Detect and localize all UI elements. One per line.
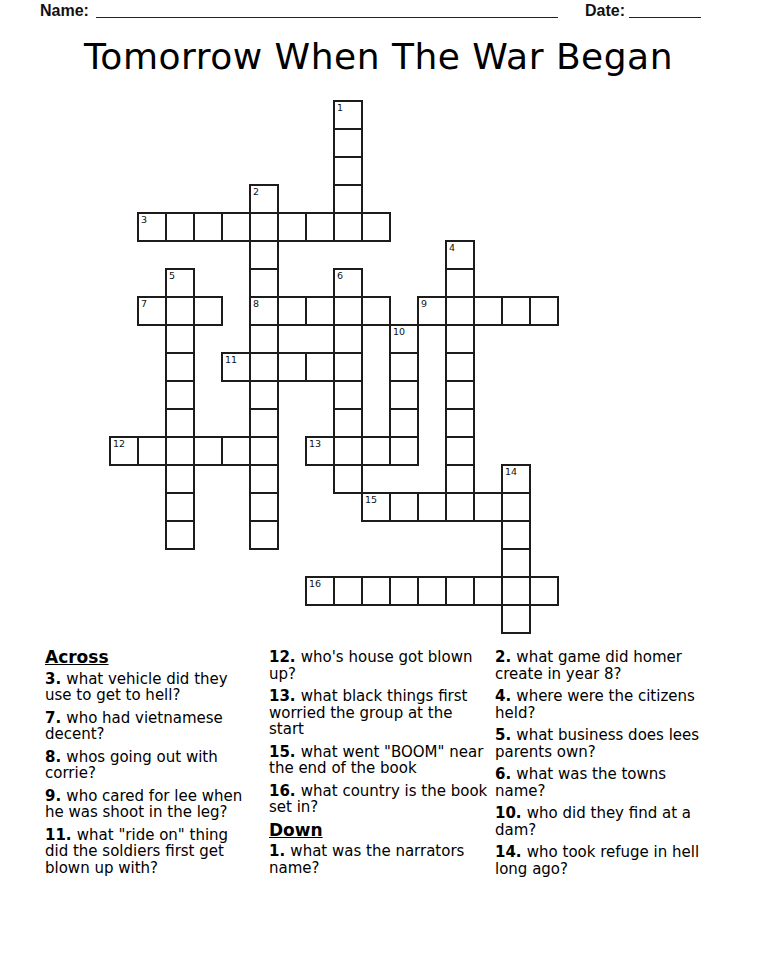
clue-text: who had vietnamese decent?: [45, 709, 223, 744]
clue-text: what went "BOOM" near the end of the boo…: [269, 743, 483, 778]
grid-cell-r9c4[interactable]: 11: [221, 352, 251, 382]
clue-column-1: Across3. what vehicle did they use to ge…: [45, 649, 251, 882]
grid-cell-r9c12[interactable]: [445, 352, 475, 382]
across-heading: Across: [45, 649, 251, 666]
grid-cell-r17c12[interactable]: [445, 576, 475, 606]
grid-cell-r7c11[interactable]: 9: [417, 296, 447, 326]
grid-cell-r12c1[interactable]: [137, 436, 167, 466]
grid-cell-r10c5[interactable]: [249, 380, 279, 410]
grid-cell-r17c7[interactable]: 16: [305, 576, 335, 606]
grid-cell-r9c7[interactable]: [305, 352, 335, 382]
grid-cell-r14c14[interactable]: [501, 492, 531, 522]
grid-cell-r14c2[interactable]: [165, 492, 195, 522]
grid-cell-r5c12[interactable]: 4: [445, 240, 475, 270]
clue-number-6: 6: [337, 270, 343, 281]
grid-cell-r13c2[interactable]: [165, 464, 195, 494]
clue-down-5: 5. what business does lees parents own?: [495, 727, 707, 760]
clue-number-3: 3: [141, 214, 147, 225]
grid-cell-r7c8[interactable]: [333, 296, 363, 326]
grid-cell-r7c9[interactable]: [361, 296, 391, 326]
grid-cell-r12c5[interactable]: [249, 436, 279, 466]
grid-cell-r14c13[interactable]: [473, 492, 503, 522]
grid-cell-r12c10[interactable]: [389, 436, 419, 466]
grid-cell-r4c3[interactable]: [193, 212, 223, 242]
clue-text: what country is the book set in?: [269, 782, 487, 817]
grid-cell-r2c8[interactable]: [333, 156, 363, 186]
grid-cell-r13c12[interactable]: [445, 464, 475, 494]
grid-cell-r7c5[interactable]: 8: [249, 296, 279, 326]
date-label: Date:: [585, 2, 625, 20]
clue-across-13: 13. what black things first worried the …: [269, 688, 489, 738]
grid-cell-r15c2[interactable]: [165, 520, 195, 550]
clue-across-16: 16. what country is the book set in?: [269, 783, 489, 816]
clue-number-label: 13.: [269, 687, 301, 705]
grid-cell-r17c13[interactable]: [473, 576, 503, 606]
grid-cell-r10c10[interactable]: [389, 380, 419, 410]
clue-number-11: 11: [225, 354, 237, 365]
grid-cell-r3c5[interactable]: 2: [249, 184, 279, 214]
grid-cell-r14c12[interactable]: [445, 492, 475, 522]
clue-down-4: 4. where were the citizens held?: [495, 688, 707, 721]
grid-cell-r4c6[interactable]: [277, 212, 307, 242]
grid-cell-r17c10[interactable]: [389, 576, 419, 606]
clue-across-3: 3. what vehicle did they use to get to h…: [45, 671, 251, 704]
clue-down-2: 2. what game did homer create in year 8?: [495, 649, 707, 682]
grid-cell-r4c7[interactable]: [305, 212, 335, 242]
grid-cell-r6c5[interactable]: [249, 268, 279, 298]
grid-cell-r11c5[interactable]: [249, 408, 279, 438]
clue-number-label: 10.: [495, 804, 527, 822]
grid-cell-r17c14[interactable]: [501, 576, 531, 606]
clue-number-label: 5.: [495, 726, 516, 744]
grid-cell-r12c7[interactable]: 13: [305, 436, 335, 466]
grid-cell-r17c9[interactable]: [361, 576, 391, 606]
grid-cell-r3c8[interactable]: [333, 184, 363, 214]
grid-cell-r12c9[interactable]: [361, 436, 391, 466]
clue-number-2: 2: [253, 186, 259, 197]
grid-cell-r15c14[interactable]: [501, 520, 531, 550]
clue-number-label: 6.: [495, 765, 516, 783]
grid-cell-r8c8[interactable]: [333, 324, 363, 354]
clue-text: what was the towns name?: [495, 765, 666, 800]
grid-cell-r9c8[interactable]: [333, 352, 363, 382]
grid-cell-r12c4[interactable]: [221, 436, 251, 466]
clue-number-14: 14: [505, 466, 517, 477]
grid-cell-r14c11[interactable]: [417, 492, 447, 522]
grid-cell-r9c5[interactable]: [249, 352, 279, 382]
clue-number-7: 7: [141, 298, 147, 309]
grid-cell-r17c11[interactable]: [417, 576, 447, 606]
grid-cell-r0c8[interactable]: 1: [333, 100, 363, 130]
grid-cell-r18c14[interactable]: [501, 604, 531, 634]
clue-number-16: 16: [309, 578, 321, 589]
grid-cell-r13c14[interactable]: 14: [501, 464, 531, 494]
grid-cell-r9c10[interactable]: [389, 352, 419, 382]
grid-cell-r6c8[interactable]: 6: [333, 268, 363, 298]
clue-number-4: 4: [449, 242, 455, 253]
clue-across-11: 11. what "ride on" thing did the soldier…: [45, 827, 251, 877]
clue-number-label: 4.: [495, 687, 516, 705]
grid-cell-r16c14[interactable]: [501, 548, 531, 578]
clue-number-12: 12: [113, 438, 125, 449]
clue-number-label: 16.: [269, 782, 301, 800]
grid-cell-r4c5[interactable]: [249, 212, 279, 242]
clue-number-8: 8: [253, 298, 259, 309]
grid-cell-r4c1[interactable]: 3: [137, 212, 167, 242]
grid-cell-r6c2[interactable]: 5: [165, 268, 195, 298]
clue-down-10: 10. who did they find at a dam?: [495, 805, 707, 838]
clue-text: whos going out with corrie?: [45, 748, 218, 783]
clue-column-3: 2. what game did homer create in year 8?…: [495, 649, 707, 883]
clue-across-7: 7. who had vietnamese decent?: [45, 710, 251, 743]
clue-column-2: 12. who's house got blown up?13. what bl…: [269, 649, 489, 882]
clue-text: what was the narrators name?: [269, 842, 464, 877]
clue-number-label: 11.: [45, 826, 77, 844]
name-label: Name:: [40, 2, 89, 20]
grid-cell-r5c5[interactable]: [249, 240, 279, 270]
clue-number-10: 10: [393, 326, 405, 337]
grid-cell-r7c2[interactable]: [165, 296, 195, 326]
clue-number-label: 15.: [269, 743, 301, 761]
grid-cell-r11c12[interactable]: [445, 408, 475, 438]
clue-number-label: 3.: [45, 670, 66, 688]
clue-number-1: 1: [337, 102, 343, 113]
grid-cell-r7c13[interactable]: [473, 296, 503, 326]
grid-cell-r14c10[interactable]: [389, 492, 419, 522]
clue-text: who cared for lee when he was shoot in t…: [45, 787, 242, 822]
grid-cell-r6c12[interactable]: [445, 268, 475, 298]
grid-cell-r14c9[interactable]: 15: [361, 492, 391, 522]
clue-number-label: 9.: [45, 787, 66, 805]
grid-cell-r7c1[interactable]: 7: [137, 296, 167, 326]
clue-number-label: 14.: [495, 843, 527, 861]
grid-cell-r7c15[interactable]: [529, 296, 559, 326]
worksheet-page: Name: Date: Tomorrow When The War Began …: [0, 0, 757, 980]
clue-number-5: 5: [169, 270, 175, 281]
clue-across-8: 8. whos going out with corrie?: [45, 749, 251, 782]
crossword-grid: 12345678910111213141516: [110, 101, 558, 633]
grid-cell-r9c2[interactable]: [165, 352, 195, 382]
grid-cell-r10c8[interactable]: [333, 380, 363, 410]
grid-cell-r12c3[interactable]: [193, 436, 223, 466]
clue-across-12: 12. who's house got blown up?: [269, 649, 489, 682]
grid-cell-r8c5[interactable]: [249, 324, 279, 354]
grid-cell-r10c12[interactable]: [445, 380, 475, 410]
clue-number-label: 8.: [45, 748, 66, 766]
clue-number-label: 12.: [269, 648, 301, 666]
grid-cell-r12c2[interactable]: [165, 436, 195, 466]
down-heading: Down: [269, 822, 489, 839]
clue-across-9: 9. who cared for lee when he was shoot i…: [45, 788, 251, 821]
grid-cell-r7c6[interactable]: [277, 296, 307, 326]
grid-cell-r13c5[interactable]: [249, 464, 279, 494]
clue-number-13: 13: [309, 438, 321, 449]
grid-cell-r8c12[interactable]: [445, 324, 475, 354]
grid-cell-r8c10[interactable]: 10: [389, 324, 419, 354]
clue-number-9: 9: [421, 298, 427, 309]
grid-cell-r12c12[interactable]: [445, 436, 475, 466]
grid-cell-r4c4[interactable]: [221, 212, 251, 242]
grid-cell-r17c15[interactable]: [529, 576, 559, 606]
grid-cell-r8c2[interactable]: [165, 324, 195, 354]
clue-down-1: 1. what was the narrators name?: [269, 843, 489, 876]
grid-cell-r11c2[interactable]: [165, 408, 195, 438]
puzzle-title: Tomorrow When The War Began: [0, 36, 757, 77]
grid-cell-r7c12[interactable]: [445, 296, 475, 326]
clue-text: what business does lees parents own?: [495, 726, 699, 761]
grid-cell-r7c7[interactable]: [305, 296, 335, 326]
grid-cell-r9c6[interactable]: [277, 352, 307, 382]
grid-cell-r7c14[interactable]: [501, 296, 531, 326]
clue-across-15: 15. what went "BOOM" near the end of the…: [269, 744, 489, 777]
grid-cell-r11c10[interactable]: [389, 408, 419, 438]
clue-down-14: 14. who took refuge in hell long ago?: [495, 844, 707, 877]
grid-cell-r4c2[interactable]: [165, 212, 195, 242]
grid-cell-r14c5[interactable]: [249, 492, 279, 522]
clue-number-label: 2.: [495, 648, 516, 666]
grid-cell-r4c9[interactable]: [361, 212, 391, 242]
name-blank-line: [96, 1, 558, 18]
clue-text: what vehicle did they use to get to hell…: [45, 670, 228, 705]
clue-number-15: 15: [365, 494, 377, 505]
grid-cell-r7c3[interactable]: [193, 296, 223, 326]
date-blank-line: [629, 1, 701, 18]
clue-number-label: 7.: [45, 709, 66, 727]
grid-cell-r12c8[interactable]: [333, 436, 363, 466]
grid-cell-r15c5[interactable]: [249, 520, 279, 550]
grid-cell-r1c8[interactable]: [333, 128, 363, 158]
grid-cell-r10c2[interactable]: [165, 380, 195, 410]
grid-cell-r17c8[interactable]: [333, 576, 363, 606]
clue-down-6: 6. what was the towns name?: [495, 766, 707, 799]
clue-text: what game did homer create in year 8?: [495, 648, 682, 683]
grid-cell-r12c0[interactable]: 12: [109, 436, 139, 466]
clue-text: where were the citizens held?: [495, 687, 695, 722]
grid-cell-r13c8[interactable]: [333, 464, 363, 494]
grid-cell-r4c8[interactable]: [333, 212, 363, 242]
grid-cell-r11c8[interactable]: [333, 408, 363, 438]
clue-number-label: 1.: [269, 842, 290, 860]
